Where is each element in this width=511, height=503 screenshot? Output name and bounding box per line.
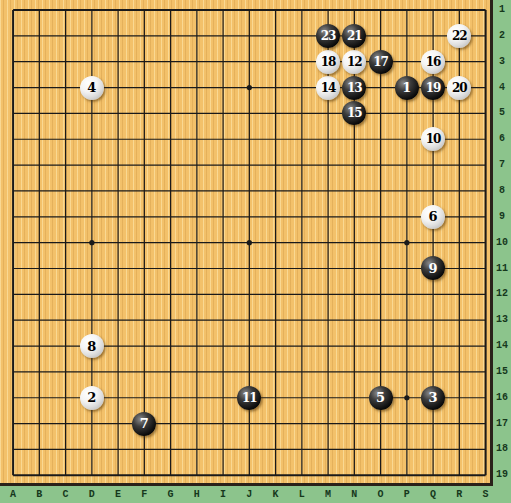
- column-label-Q: Q: [425, 488, 441, 502]
- row-label-3: 3: [493, 55, 511, 69]
- stone-number: 10: [426, 133, 441, 145]
- stone-black-23: 23: [316, 24, 340, 48]
- stone-black-3: 3: [421, 386, 445, 410]
- row-label-5: 5: [493, 106, 511, 120]
- column-label-H: H: [189, 488, 205, 502]
- column-label-L: L: [294, 488, 310, 502]
- row-label-13: 13: [493, 313, 511, 327]
- column-label-M: M: [320, 488, 336, 502]
- row-label-18: 18: [493, 442, 511, 456]
- stone-number: 20: [452, 82, 467, 94]
- stone-white-4: 4: [80, 76, 104, 100]
- row-label-10: 10: [493, 236, 511, 250]
- stone-number: 21: [347, 30, 362, 42]
- row-label-15: 15: [493, 365, 511, 379]
- stone-number: 7: [140, 417, 149, 430]
- row-label-1: 1: [493, 3, 511, 17]
- stone-number: 18: [321, 56, 336, 68]
- stone-white-20: 20: [447, 76, 471, 100]
- row-label-9: 9: [493, 210, 511, 224]
- stone-number: 17: [373, 56, 388, 68]
- column-label-N: N: [346, 488, 362, 502]
- stone-white-10: 10: [421, 127, 445, 151]
- stone-black-13: 13: [342, 76, 366, 100]
- column-label-K: K: [268, 488, 284, 502]
- stone-black-17: 17: [369, 50, 393, 74]
- row-label-14: 14: [493, 339, 511, 353]
- stone-number: 1: [402, 81, 411, 94]
- stone-number: 16: [426, 56, 441, 68]
- stone-number: 19: [426, 82, 441, 94]
- row-label-12: 12: [493, 287, 511, 301]
- row-label-8: 8: [493, 184, 511, 198]
- row-label-19: 19: [493, 468, 511, 482]
- stone-number: 9: [429, 262, 438, 275]
- stone-black-9: 9: [421, 256, 445, 280]
- stone-black-1: 1: [395, 76, 419, 100]
- row-label-2: 2: [493, 29, 511, 43]
- row-label-7: 7: [493, 158, 511, 172]
- board-grid: 1234567891011121314151617181920212223: [0, 0, 499, 488]
- stone-number: 22: [452, 30, 467, 42]
- column-label-F: F: [136, 488, 152, 502]
- column-label-O: O: [373, 488, 389, 502]
- column-label-I: I: [215, 488, 231, 502]
- stone-white-18: 18: [316, 50, 340, 74]
- column-label-strip: ABCDEFGHIJKLMNOPQRS: [0, 486, 511, 503]
- stone-white-16: 16: [421, 50, 445, 74]
- stone-black-15: 15: [342, 101, 366, 125]
- stone-white-22: 22: [447, 24, 471, 48]
- row-label-4: 4: [493, 81, 511, 95]
- stone-black-19: 19: [421, 76, 445, 100]
- stone-number: 12: [347, 56, 362, 68]
- column-label-E: E: [110, 488, 126, 502]
- stone-number: 5: [376, 391, 385, 404]
- stone-black-5: 5: [369, 386, 393, 410]
- stone-number: 3: [429, 391, 438, 404]
- row-label-strip: 12345678910111213141516171819: [493, 0, 511, 503]
- column-label-S: S: [478, 488, 494, 502]
- column-label-C: C: [58, 488, 74, 502]
- row-label-11: 11: [493, 262, 511, 276]
- column-label-J: J: [241, 488, 257, 502]
- stone-number: 14: [321, 82, 336, 94]
- column-label-P: P: [399, 488, 415, 502]
- stone-number: 11: [242, 392, 257, 404]
- row-label-16: 16: [493, 391, 511, 405]
- stone-number: 23: [321, 30, 336, 42]
- column-label-D: D: [84, 488, 100, 502]
- row-label-6: 6: [493, 132, 511, 146]
- row-label-17: 17: [493, 417, 511, 431]
- stone-white-2: 2: [80, 386, 104, 410]
- stone-number: 15: [347, 107, 362, 119]
- stone-black-7: 7: [132, 412, 156, 436]
- column-label-R: R: [451, 488, 467, 502]
- stone-white-14: 14: [316, 76, 340, 100]
- go-diagram: 1234567891011121314151617181920212223 12…: [0, 0, 511, 503]
- column-label-A: A: [5, 488, 21, 502]
- column-label-B: B: [31, 488, 47, 502]
- stone-black-11: 11: [237, 386, 261, 410]
- column-label-G: G: [163, 488, 179, 502]
- stone-black-21: 21: [342, 24, 366, 48]
- stone-number: 13: [347, 82, 362, 94]
- stone-number: 4: [87, 81, 96, 94]
- stone-number: 6: [429, 210, 438, 223]
- stone-white-8: 8: [80, 334, 104, 358]
- stone-white-6: 6: [421, 205, 445, 229]
- stone-number: 8: [87, 340, 96, 353]
- stone-white-12: 12: [342, 50, 366, 74]
- stone-number: 2: [87, 391, 96, 404]
- goban: 1234567891011121314151617181920212223: [0, 0, 493, 486]
